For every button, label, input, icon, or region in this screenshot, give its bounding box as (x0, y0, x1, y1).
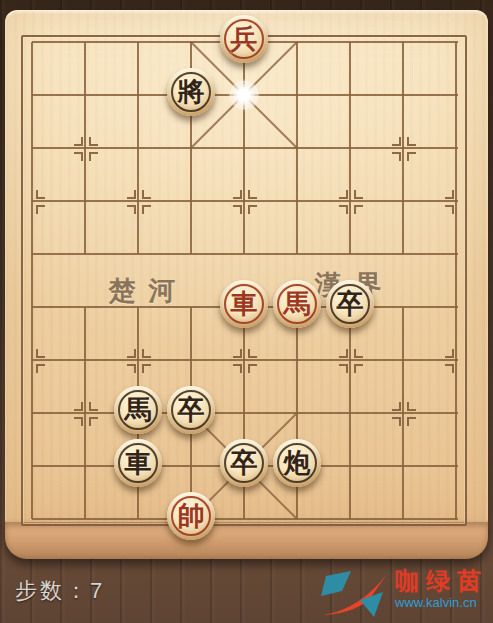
piece-character: 將 (167, 68, 215, 116)
point-marker (89, 152, 98, 161)
point-marker (445, 364, 454, 373)
grid-line (349, 42, 351, 254)
point-marker (248, 205, 257, 214)
grid-line (137, 42, 139, 254)
watermark-brand: 咖绿茵 (395, 567, 493, 595)
point-marker (445, 349, 454, 358)
point-marker (89, 417, 98, 426)
grid-line (32, 412, 458, 414)
piece-black-cannon[interactable]: 炮 (273, 439, 321, 487)
point-marker (142, 349, 151, 358)
game-screen: 楚河 漢界 兵將車馬卒馬卒車卒炮帥 步数：7 咖绿茵 www.kalvin.cn (0, 0, 493, 623)
piece-black-soldier-3[interactable]: 卒 (220, 439, 268, 487)
point-marker (392, 152, 401, 161)
point-marker (233, 349, 242, 358)
point-marker (392, 417, 401, 426)
point-marker (127, 364, 136, 373)
step-counter-value: 7 (90, 578, 105, 603)
point-marker (248, 349, 257, 358)
grid-line (32, 253, 458, 255)
point-marker (339, 349, 348, 358)
river-label-left: 楚河 (82, 276, 202, 306)
grid-line (32, 518, 458, 520)
piece-character: 炮 (273, 439, 321, 487)
point-marker (233, 364, 242, 373)
point-marker (392, 402, 401, 411)
piece-black-soldier-1[interactable]: 卒 (326, 280, 374, 328)
point-marker (127, 190, 136, 199)
point-marker (36, 190, 45, 199)
point-marker (248, 364, 257, 373)
piece-red-general[interactable]: 帥 (167, 492, 215, 540)
point-marker (339, 205, 348, 214)
piece-character: 馬 (114, 386, 162, 434)
point-marker (89, 137, 98, 146)
point-marker (354, 190, 363, 199)
piece-black-horse[interactable]: 馬 (114, 386, 162, 434)
point-marker (339, 364, 348, 373)
point-marker (142, 205, 151, 214)
grid-line (243, 307, 245, 519)
piece-black-soldier-2[interactable]: 卒 (167, 386, 215, 434)
watermark: 咖绿茵 www.kalvin.cn (317, 565, 493, 621)
step-counter-label: 步数： (15, 578, 90, 603)
grid-line (455, 42, 457, 519)
piece-red-chariot[interactable]: 車 (220, 280, 268, 328)
piece-character: 帥 (167, 492, 215, 540)
grid-line (31, 42, 33, 519)
point-marker (74, 417, 83, 426)
point-marker (142, 364, 151, 373)
watermark-url: www.kalvin.cn (395, 595, 493, 610)
point-marker (36, 205, 45, 214)
grid-line (32, 147, 458, 149)
piece-character: 車 (114, 439, 162, 487)
point-marker (127, 205, 136, 214)
move-highlight-sparkle (227, 78, 261, 112)
grid-line (402, 42, 404, 254)
board-front-edge (5, 522, 488, 559)
grid-line (32, 200, 458, 202)
point-marker (354, 349, 363, 358)
step-counter: 步数：7 (15, 576, 105, 606)
piece-character: 卒 (220, 439, 268, 487)
point-marker (407, 402, 416, 411)
piece-red-horse[interactable]: 馬 (273, 280, 321, 328)
point-marker (74, 137, 83, 146)
point-marker (89, 402, 98, 411)
piece-red-soldier-1[interactable]: 兵 (220, 15, 268, 63)
point-marker (354, 364, 363, 373)
grid-line (32, 359, 458, 361)
grid-line (402, 307, 404, 519)
piece-character: 兵 (220, 15, 268, 63)
point-marker (127, 349, 136, 358)
point-marker (74, 152, 83, 161)
point-marker (445, 205, 454, 214)
point-marker (339, 190, 348, 199)
grid-line (84, 42, 86, 254)
piece-character: 馬 (273, 280, 321, 328)
piece-character: 車 (220, 280, 268, 328)
point-marker (36, 364, 45, 373)
point-marker (248, 190, 257, 199)
point-marker (445, 190, 454, 199)
point-marker (142, 190, 151, 199)
kalvin-logo-icon (319, 569, 391, 619)
grid-line (243, 42, 245, 254)
point-marker (233, 190, 242, 199)
point-marker (407, 152, 416, 161)
point-marker (354, 205, 363, 214)
grid-line (349, 307, 351, 519)
piece-character: 卒 (326, 280, 374, 328)
piece-black-chariot[interactable]: 車 (114, 439, 162, 487)
point-marker (74, 402, 83, 411)
piece-character: 卒 (167, 386, 215, 434)
point-marker (407, 137, 416, 146)
point-marker (407, 417, 416, 426)
grid-line (84, 307, 86, 519)
point-marker (233, 205, 242, 214)
point-marker (36, 349, 45, 358)
point-marker (392, 137, 401, 146)
piece-black-general[interactable]: 將 (167, 68, 215, 116)
